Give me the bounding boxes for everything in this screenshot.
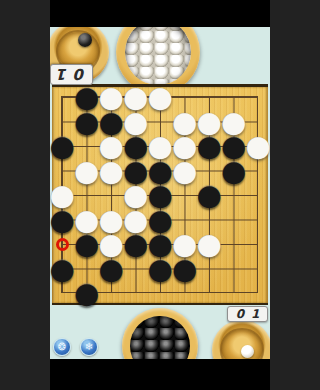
intersection[interactable] [197, 281, 222, 306]
intersection[interactable]: ● [50, 208, 75, 233]
board-grid: ●●●●●●●●●●●●●●●●●●●●●●●●●●●●●●●●●●●●●●●●… [50, 85, 270, 306]
intersection[interactable] [246, 159, 270, 184]
white-capture-count: 01 [51, 66, 93, 84]
captured-black-stone [78, 33, 92, 47]
intersection[interactable] [173, 183, 198, 208]
intersection[interactable] [50, 85, 75, 110]
goban: ●●●●●●●●●●●●●●●●●●●●●●●●●●●●●●●●●●●●●●●●… [52, 84, 268, 305]
intersection[interactable]: ● [148, 257, 173, 282]
intersection[interactable] [148, 281, 173, 306]
black-capture-counter: 01 [227, 306, 268, 322]
white-stone: ● [246, 134, 270, 158]
intersection[interactable]: ● [75, 232, 100, 257]
intersection[interactable] [124, 281, 149, 306]
black-stone: ● [50, 257, 75, 281]
white-stone: ● [148, 85, 173, 109]
intersection[interactable]: ● [99, 159, 124, 184]
intersection[interactable] [246, 85, 270, 110]
black-stone: ● [50, 134, 75, 158]
intersection[interactable] [222, 257, 247, 282]
intersection[interactable]: ● [50, 134, 75, 159]
black-stone: ● [197, 134, 222, 158]
intersection[interactable]: ● [124, 232, 149, 257]
menu-button[interactable]: ❄ [80, 338, 98, 356]
white-capture-counter: 01 [50, 64, 93, 85]
intersection[interactable]: ● [197, 232, 222, 257]
top-black-bar [50, 0, 270, 27]
black-stone: ● [50, 208, 75, 232]
black-stone: ● [74, 110, 99, 134]
intersection[interactable] [124, 257, 149, 282]
app-screen: 01 ●●●●●●●●●●●●●●●●●●●●●●●●●●●●●●●●●●●●●… [50, 0, 270, 390]
intersection[interactable] [99, 281, 124, 306]
bottom-black-bar [50, 359, 270, 390]
intersection[interactable] [50, 281, 75, 306]
gear-icon: ❂ [58, 341, 66, 352]
settings-button[interactable]: ❂ [53, 338, 71, 356]
black-stone: ● [148, 257, 173, 281]
intersection[interactable] [222, 281, 247, 306]
intersection[interactable]: ● [148, 85, 173, 110]
intersection[interactable] [246, 281, 270, 306]
black-stone: ● [197, 183, 222, 207]
intersection[interactable] [173, 281, 198, 306]
captured-white-stone [241, 345, 254, 358]
intersection[interactable]: ● [99, 257, 124, 282]
intersection[interactable] [246, 183, 270, 208]
black-capture-count: 01 [229, 307, 267, 321]
intersection[interactable] [222, 208, 247, 233]
black-stone: ● [221, 159, 246, 183]
white-stones-pile [125, 19, 191, 85]
last-capture-marker [56, 238, 69, 251]
intersection[interactable] [197, 257, 222, 282]
intersection[interactable]: ● [197, 183, 222, 208]
black-stone: ● [99, 257, 124, 281]
intersection[interactable]: ● [75, 281, 100, 306]
intersection[interactable]: ● [173, 159, 198, 184]
intersection[interactable] [246, 208, 270, 233]
intersection[interactable] [246, 232, 270, 257]
white-stone: ● [99, 159, 124, 183]
intersection[interactable] [222, 232, 247, 257]
intersection[interactable]: ● [197, 134, 222, 159]
intersection[interactable]: ● [173, 257, 198, 282]
black-stone: ● [74, 232, 99, 256]
white-stone: ● [172, 159, 197, 183]
intersection[interactable]: ● [75, 159, 100, 184]
intersection[interactable]: ● [75, 110, 100, 135]
black-stone: ● [172, 257, 197, 281]
intersection[interactable]: ● [246, 134, 270, 159]
intersection[interactable]: ● [50, 257, 75, 282]
black-stone: ● [123, 232, 148, 256]
intersection[interactable] [246, 257, 270, 282]
white-stone: ● [74, 159, 99, 183]
white-stone: ● [197, 232, 222, 256]
intersection[interactable]: ● [222, 159, 247, 184]
snowflake-icon: ❄ [85, 341, 93, 352]
black-stone: ● [74, 281, 99, 305]
intersection[interactable] [222, 183, 247, 208]
